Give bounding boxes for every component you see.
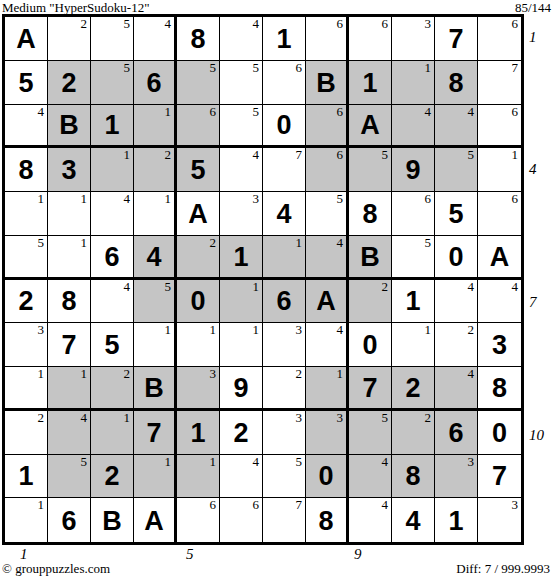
cell-r6c11[interactable]: 0 (435, 236, 478, 280)
pencil-mark: 1 (165, 105, 172, 119)
cell-r9c9[interactable]: 7 (349, 367, 392, 411)
cell-r3c2[interactable]: B (48, 105, 91, 149)
cell-r5c5[interactable]: A (177, 192, 220, 236)
given-value: 1 (362, 68, 377, 97)
pencil-mark: 3 (337, 411, 344, 425)
cell-r7c11[interactable]: 4 (435, 280, 478, 324)
cell-r4c1[interactable]: 8 (5, 148, 48, 192)
given-value: B (360, 242, 380, 271)
cell-r12c5[interactable]: 6 (177, 498, 220, 542)
cell-r1c9[interactable]: 6 (349, 17, 392, 61)
pencil-mark: 1 (38, 192, 45, 206)
cell-r10c9[interactable]: 5 (349, 411, 392, 455)
cell-r8c8[interactable]: 4 (306, 323, 349, 367)
cell-r7c1[interactable]: 2 (5, 280, 48, 324)
cell-r7c2[interactable]: 8 (48, 280, 91, 324)
given-value: 2 (104, 461, 119, 490)
cell-r2c12[interactable]: 7 (478, 61, 521, 105)
cell-r1c6[interactable]: 4 (220, 17, 263, 61)
cell-r10c8[interactable]: 3 (306, 411, 349, 455)
pencil-mark: 3 (296, 323, 303, 337)
cell-r7c6[interactable]: 1 (220, 280, 263, 324)
cell-r11c3[interactable]: 2 (91, 455, 134, 499)
cell-r8c11[interactable]: 2 (435, 323, 478, 367)
cell-r4c6[interactable]: 4 (220, 148, 263, 192)
pencil-mark: 1 (81, 236, 88, 250)
cell-r7c3[interactable]: 4 (91, 280, 134, 324)
given-value: 1 (233, 242, 248, 271)
given-value: B (59, 110, 79, 139)
cell-r11c6[interactable]: 4 (220, 455, 263, 499)
given-value: 8 (405, 461, 420, 490)
cell-r8c4[interactable]: 1 (134, 323, 177, 367)
pencil-mark: 5 (382, 148, 389, 162)
pencil-mark: 2 (124, 367, 131, 381)
pencil-mark: 3 (38, 323, 45, 337)
pencil-mark: 1 (512, 148, 519, 162)
cell-r11c4[interactable]: 1 (134, 455, 177, 499)
pencil-mark: 7 (512, 61, 519, 75)
cell-r12c7[interactable]: 7 (263, 498, 306, 542)
cell-r7c5[interactable]: 0 (177, 280, 220, 324)
cell-r8c1[interactable]: 3 (5, 323, 48, 367)
pencil-mark: 4 (253, 17, 260, 31)
given-value: 5 (190, 155, 205, 184)
cell-r10c1[interactable]: 2 (5, 411, 48, 455)
cell-r1c7[interactable]: 1 (263, 17, 306, 61)
pencil-mark: 1 (165, 192, 172, 206)
given-value: 7 (448, 24, 463, 53)
pencil-mark: 1 (425, 61, 432, 75)
pencil-mark: 5 (253, 105, 260, 119)
cell-r11c5[interactable]: 1 (177, 455, 220, 499)
pencil-mark: 5 (38, 236, 45, 250)
cell-r12c11[interactable]: 1 (435, 498, 478, 542)
cell-r7c9[interactable]: 2 (349, 280, 392, 324)
row-label-7: 7 (529, 294, 551, 311)
pencil-mark: 6 (210, 105, 217, 119)
cell-r8c5[interactable]: 1 (177, 323, 220, 367)
pencil-mark: 5 (296, 455, 303, 469)
cell-r5c12[interactable]: 6 (478, 192, 521, 236)
pencil-mark: 4 (382, 455, 389, 469)
sudoku-grid: A254841663765256556B11874B116506A4468312… (2, 14, 524, 545)
pencil-mark: 5 (124, 17, 131, 31)
given-value: 8 (448, 68, 463, 97)
cell-r8c9[interactable]: 0 (349, 323, 392, 367)
pencil-mark: 5 (337, 192, 344, 206)
cell-r5c1[interactable]: 1 (5, 192, 48, 236)
pencil-mark: 2 (81, 17, 88, 31)
pencil-mark: 4 (468, 280, 475, 294)
cell-r12c12[interactable]: 3 (478, 498, 521, 542)
cell-r5c7[interactable]: 4 (263, 192, 306, 236)
pencil-mark: 1 (165, 323, 172, 337)
cell-r12c2[interactable]: 6 (48, 498, 91, 542)
cell-r9c7[interactable]: 2 (263, 367, 306, 411)
pencil-mark: 4 (512, 280, 519, 294)
cell-r12c9[interactable]: 4 (349, 498, 392, 542)
row-label-4: 4 (529, 161, 551, 178)
given-value: 6 (448, 418, 463, 447)
given-value: 8 (318, 506, 333, 535)
given-value: 7 (146, 418, 161, 447)
cell-r4c5[interactable]: 5 (177, 148, 220, 192)
pencil-mark: 6 (337, 105, 344, 119)
cell-r12c4[interactable]: A (134, 498, 177, 542)
pencil-mark: 6 (337, 17, 344, 31)
given-value: 2 (233, 418, 248, 447)
cell-r10c3[interactable]: 1 (91, 411, 134, 455)
cell-r3c1[interactable]: 4 (5, 105, 48, 149)
cell-r8c6[interactable]: 1 (220, 323, 263, 367)
cell-r5c8[interactable]: 5 (306, 192, 349, 236)
row-label-10: 10 (529, 427, 551, 444)
given-value: 6 (61, 506, 76, 535)
pencil-mark: 3 (296, 411, 303, 425)
pencil-mark: 1 (337, 367, 344, 381)
given-value: 8 (190, 24, 205, 53)
cell-r12c6[interactable]: 6 (220, 498, 263, 542)
pencil-mark: 7 (296, 148, 303, 162)
pencil-mark: 4 (124, 192, 131, 206)
given-value: 4 (276, 199, 291, 228)
cell-r3c11[interactable]: 4 (435, 105, 478, 149)
pencil-mark: 2 (468, 323, 475, 337)
cell-r6c1[interactable]: 5 (5, 236, 48, 280)
pencil-mark: 5 (165, 280, 172, 294)
pencil-mark: 4 (165, 17, 172, 31)
given-value: 1 (104, 110, 119, 139)
cell-r9c4[interactable]: B (134, 367, 177, 411)
cell-r3c5[interactable]: 6 (177, 105, 220, 149)
pencil-mark: 6 (296, 61, 303, 75)
cell-r9c10[interactable]: 2 (392, 367, 435, 411)
pencil-mark: 6 (512, 192, 519, 206)
given-value: 6 (146, 68, 161, 97)
cell-r11c11[interactable]: 3 (435, 455, 478, 499)
cell-r1c2[interactable]: 2 (48, 17, 91, 61)
cell-r10c12[interactable]: 0 (478, 411, 521, 455)
cell-r3c4[interactable]: 1 (134, 105, 177, 149)
pencil-mark: 4 (81, 411, 88, 425)
cell-r11c10[interactable]: 8 (392, 455, 435, 499)
pencil-mark: 4 (425, 105, 432, 119)
pencil-mark: 6 (512, 17, 519, 31)
cell-r2c1[interactable]: 5 (5, 61, 48, 105)
cell-r10c6[interactable]: 2 (220, 411, 263, 455)
pencil-mark: 1 (124, 148, 131, 162)
pencil-mark: 2 (165, 148, 172, 162)
cell-r6c4[interactable]: 4 (134, 236, 177, 280)
cell-r9c12[interactable]: 8 (478, 367, 521, 411)
cell-r9c11[interactable]: 4 (435, 367, 478, 411)
cell-r2c4[interactable]: 6 (134, 61, 177, 105)
cell-r7c7[interactable]: 6 (263, 280, 306, 324)
pencil-mark: 1 (81, 367, 88, 381)
given-value: 4 (146, 242, 161, 271)
cell-r2c3[interactable]: 5 (91, 61, 134, 105)
cell-r9c3[interactable]: 2 (91, 367, 134, 411)
cell-r1c8[interactable]: 6 (306, 17, 349, 61)
pencil-mark: 1 (38, 367, 45, 381)
cell-r9c5[interactable]: 3 (177, 367, 220, 411)
given-value: 0 (190, 286, 205, 315)
cell-r8c2[interactable]: 7 (48, 323, 91, 367)
pencil-mark: 6 (210, 498, 217, 512)
given-value: 2 (61, 68, 76, 97)
pencil-mark: 5 (382, 411, 389, 425)
cell-r8c3[interactable]: 5 (91, 323, 134, 367)
pencil-mark: 6 (382, 17, 389, 31)
pencil-mark: 4 (124, 280, 131, 294)
cell-r10c10[interactable]: 2 (392, 411, 435, 455)
pencil-mark: 3 (210, 367, 217, 381)
cell-r11c9[interactable]: 4 (349, 455, 392, 499)
pencil-mark: 5 (81, 455, 88, 469)
cell-r1c1[interactable]: A (5, 17, 48, 61)
cell-r2c11[interactable]: 8 (435, 61, 478, 105)
cell-r6c10[interactable]: 5 (392, 236, 435, 280)
cell-r6c6[interactable]: 1 (220, 236, 263, 280)
cell-r4c8[interactable]: 6 (306, 148, 349, 192)
difficulty-text: Diff: 7 / 999.9993 (456, 561, 550, 577)
cell-r7c4[interactable]: 5 (134, 280, 177, 324)
pencil-mark: 5 (210, 61, 217, 75)
cell-r10c11[interactable]: 6 (435, 411, 478, 455)
given-value: 3 (61, 155, 76, 184)
given-value: 9 (233, 373, 248, 402)
pencil-mark: 6 (512, 105, 519, 119)
pencil-mark: 1 (210, 323, 217, 337)
cell-r2c8[interactable]: B (306, 61, 349, 105)
cell-r10c7[interactable]: 3 (263, 411, 306, 455)
cell-r9c8[interactable]: 1 (306, 367, 349, 411)
cell-r11c2[interactable]: 5 (48, 455, 91, 499)
given-value: 7 (492, 461, 507, 490)
pencil-mark: 6 (337, 148, 344, 162)
cell-r3c6[interactable]: 5 (220, 105, 263, 149)
pencil-mark: 1 (165, 455, 172, 469)
cell-r5c9[interactable]: 8 (349, 192, 392, 236)
cell-r6c2[interactable]: 1 (48, 236, 91, 280)
pencil-mark: 1 (296, 236, 303, 250)
given-value: 6 (104, 242, 119, 271)
pencil-mark: 1 (253, 280, 260, 294)
pencil-mark: 3 (253, 192, 260, 206)
pencil-mark: 4 (38, 105, 45, 119)
given-value: 7 (362, 373, 377, 402)
pencil-mark: 4 (253, 455, 260, 469)
pencil-mark: 1 (124, 411, 131, 425)
copyright-text: © grouppuzzles.com (2, 561, 110, 577)
cell-r11c7[interactable]: 5 (263, 455, 306, 499)
cell-r3c12[interactable]: 6 (478, 105, 521, 149)
cell-r2c5[interactable]: 5 (177, 61, 220, 105)
cell-r1c3[interactable]: 5 (91, 17, 134, 61)
pencil-mark: 2 (425, 411, 432, 425)
given-value: 5 (104, 330, 119, 359)
pencil-mark: 1 (210, 455, 217, 469)
pencil-mark: 3 (512, 498, 519, 512)
given-value: 3 (492, 330, 507, 359)
given-value: A (316, 286, 336, 315)
given-value: B (144, 373, 164, 402)
cell-r2c6[interactable]: 5 (220, 61, 263, 105)
cell-r5c11[interactable]: 5 (435, 192, 478, 236)
cell-r6c7[interactable]: 1 (263, 236, 306, 280)
cell-r1c4[interactable]: 4 (134, 17, 177, 61)
given-value: 0 (448, 242, 463, 271)
cell-r6c3[interactable]: 6 (91, 236, 134, 280)
cell-r1c12[interactable]: 6 (478, 17, 521, 61)
cell-r2c2[interactable]: 2 (48, 61, 91, 105)
pencil-mark: 5 (253, 61, 260, 75)
given-value: 7 (61, 330, 76, 359)
cell-r3c3[interactable]: 1 (91, 105, 134, 149)
given-value: 4 (405, 506, 420, 535)
given-value: 5 (448, 199, 463, 228)
cell-r1c5[interactable]: 8 (177, 17, 220, 61)
given-value: 0 (318, 461, 333, 490)
cell-r1c11[interactable]: 7 (435, 17, 478, 61)
cell-r6c9[interactable]: B (349, 236, 392, 280)
given-value: A (360, 110, 380, 139)
given-value: 9 (405, 155, 420, 184)
pencil-mark: 1 (425, 323, 432, 337)
col-label-1: 1 (20, 546, 28, 562)
cell-r5c2[interactable]: 1 (48, 192, 91, 236)
pencil-mark: 3 (468, 455, 475, 469)
cell-r10c5[interactable]: 1 (177, 411, 220, 455)
pencil-mark: 4 (253, 148, 260, 162)
cell-r4c2[interactable]: 3 (48, 148, 91, 192)
cell-r9c1[interactable]: 1 (5, 367, 48, 411)
col-label-5: 5 (186, 546, 194, 562)
given-value: 8 (362, 199, 377, 228)
puzzle-page: Medium "HyperSudoku-12" 85/144 A25484166… (0, 0, 552, 578)
cell-r2c10[interactable]: 1 (392, 61, 435, 105)
row-label-1: 1 (529, 29, 551, 46)
given-value: 1 (190, 418, 205, 447)
cell-r9c6[interactable]: 9 (220, 367, 263, 411)
cell-r4c3[interactable]: 1 (91, 148, 134, 192)
cell-r3c10[interactable]: 4 (392, 105, 435, 149)
pencil-mark: 4 (382, 498, 389, 512)
pencil-mark: 2 (382, 280, 389, 294)
given-value: 5 (18, 68, 33, 97)
pencil-mark: 4 (468, 367, 475, 381)
cell-r12c10[interactable]: 4 (392, 498, 435, 542)
cell-r5c6[interactable]: 3 (220, 192, 263, 236)
given-value: A (144, 506, 164, 535)
given-value: 1 (276, 24, 291, 53)
given-value: 1 (405, 286, 420, 315)
cell-r3c9[interactable]: A (349, 105, 392, 149)
pencil-mark: 6 (253, 498, 260, 512)
pencil-mark: 5 (124, 61, 131, 75)
pencil-mark: 2 (296, 367, 303, 381)
cell-r6c12[interactable]: A (478, 236, 521, 280)
cell-r10c4[interactable]: 7 (134, 411, 177, 455)
cell-r11c1[interactable]: 1 (5, 455, 48, 499)
given-value: 2 (405, 373, 420, 402)
pencil-mark: 4 (337, 323, 344, 337)
given-value: 1 (18, 461, 33, 490)
given-value: A (16, 24, 36, 53)
cell-r11c8[interactable]: 0 (306, 455, 349, 499)
pencil-mark: 1 (253, 323, 260, 337)
cell-r4c7[interactable]: 7 (263, 148, 306, 192)
cell-r1c10[interactable]: 3 (392, 17, 435, 61)
cell-r7c8[interactable]: A (306, 280, 349, 324)
given-value: A (490, 242, 510, 271)
given-value: 2 (18, 286, 33, 315)
cell-r4c4[interactable]: 2 (134, 148, 177, 192)
given-value: 8 (61, 286, 76, 315)
pencil-mark: 1 (81, 192, 88, 206)
pencil-mark: 6 (425, 192, 432, 206)
given-value: 1 (448, 506, 463, 535)
pencil-mark: 4 (337, 236, 344, 250)
cell-r7c12[interactable]: 4 (478, 280, 521, 324)
cell-r11c12[interactable]: 7 (478, 455, 521, 499)
given-value: 0 (362, 330, 377, 359)
cell-r9c2[interactable]: 1 (48, 367, 91, 411)
given-value: A (188, 199, 208, 228)
cell-r3c8[interactable]: 6 (306, 105, 349, 149)
pencil-mark: 3 (425, 17, 432, 31)
given-value: 8 (492, 373, 507, 402)
pencil-mark: 4 (468, 105, 475, 119)
cell-r8c12[interactable]: 3 (478, 323, 521, 367)
pencil-mark: 7 (296, 498, 303, 512)
given-value: B (102, 506, 122, 535)
pencil-mark: 1 (38, 498, 45, 512)
cell-r4c9[interactable]: 5 (349, 148, 392, 192)
given-value: 0 (276, 110, 291, 139)
cell-r12c1[interactable]: 1 (5, 498, 48, 542)
given-value: 0 (492, 418, 507, 447)
cell-r6c8[interactable]: 4 (306, 236, 349, 280)
cell-r12c3[interactable]: B (91, 498, 134, 542)
cell-r12c8[interactable]: 8 (306, 498, 349, 542)
cell-r8c10[interactable]: 1 (392, 323, 435, 367)
cell-r6c5[interactable]: 2 (177, 236, 220, 280)
cell-r5c3[interactable]: 4 (91, 192, 134, 236)
cell-r3c7[interactable]: 0 (263, 105, 306, 149)
pencil-mark: 2 (210, 236, 217, 250)
cell-r2c7[interactable]: 6 (263, 61, 306, 105)
given-value: 6 (276, 286, 291, 315)
given-value: 8 (18, 155, 33, 184)
col-label-9: 9 (354, 546, 362, 562)
cell-r7c10[interactable]: 1 (392, 280, 435, 324)
cell-r5c10[interactable]: 6 (392, 192, 435, 236)
cell-r4c11[interactable]: 5 (435, 148, 478, 192)
cell-r4c12[interactable]: 1 (478, 148, 521, 192)
given-value: B (316, 68, 336, 97)
cell-r2c9[interactable]: 1 (349, 61, 392, 105)
cell-r10c2[interactable]: 4 (48, 411, 91, 455)
pencil-mark: 5 (425, 236, 432, 250)
cell-r5c4[interactable]: 1 (134, 192, 177, 236)
cell-r8c7[interactable]: 3 (263, 323, 306, 367)
cell-r4c10[interactable]: 9 (392, 148, 435, 192)
pencil-mark: 2 (38, 411, 45, 425)
pencil-mark: 5 (468, 148, 475, 162)
